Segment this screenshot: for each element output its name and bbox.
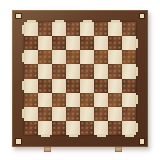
square-e4[interactable] — [80, 79, 94, 93]
brass-ring-icon — [80, 14, 85, 19]
square-g3[interactable] — [108, 93, 122, 107]
square-c3[interactable] — [52, 93, 66, 107]
maple-dash — [41, 135, 50, 137]
square-a2[interactable] — [24, 107, 38, 121]
square-h5[interactable] — [122, 64, 136, 78]
corner-inlay — [140, 14, 145, 19]
brass-ring-icon — [140, 83, 145, 88]
brass-ring-icon — [54, 139, 59, 144]
square-c2[interactable] — [52, 107, 66, 121]
square-e6[interactable] — [80, 50, 94, 64]
square-g2[interactable] — [108, 107, 122, 121]
square-g4[interactable] — [108, 79, 122, 93]
brass-ring-icon — [140, 55, 145, 60]
brass-ring-icon — [140, 69, 145, 74]
brass-ring-icon — [119, 139, 124, 144]
corner-inlay — [140, 139, 145, 144]
square-f1[interactable] — [94, 121, 108, 135]
board-grid — [24, 22, 136, 135]
square-d5[interactable] — [66, 64, 80, 78]
brass-ring-icon — [119, 14, 124, 19]
brass-ring-icon — [93, 139, 98, 144]
square-e3[interactable] — [80, 93, 94, 107]
square-a3[interactable] — [24, 93, 38, 107]
photo-background — [0, 0, 160, 160]
maple-dash — [136, 95, 138, 104]
square-e2[interactable] — [80, 107, 94, 121]
square-a4[interactable] — [24, 79, 38, 93]
brass-ring-icon — [67, 139, 72, 144]
square-h4[interactable] — [122, 79, 136, 93]
square-f7[interactable] — [94, 36, 108, 50]
square-a6[interactable] — [24, 50, 38, 64]
brass-ring-icon — [16, 55, 21, 60]
square-h3[interactable] — [122, 93, 136, 107]
brass-ring-icon — [140, 41, 145, 46]
square-f4[interactable] — [94, 79, 108, 93]
square-h8[interactable] — [122, 22, 136, 36]
square-f5[interactable] — [94, 64, 108, 78]
square-a8[interactable] — [24, 22, 38, 36]
square-g5[interactable] — [108, 64, 122, 78]
square-e8[interactable] — [80, 22, 94, 36]
square-e5[interactable] — [80, 64, 94, 78]
brass-ring-icon — [67, 14, 72, 19]
hinge-left — [44, 147, 51, 152]
brass-ring-icon — [41, 139, 46, 144]
square-e7[interactable] — [80, 36, 94, 50]
square-a7[interactable] — [24, 36, 38, 50]
square-b3[interactable] — [38, 93, 52, 107]
square-h1[interactable] — [122, 121, 136, 135]
maple-dash — [125, 135, 134, 137]
maple-dash — [136, 39, 138, 48]
square-e1[interactable] — [80, 121, 94, 135]
square-d8[interactable] — [66, 22, 80, 36]
square-g1[interactable] — [108, 121, 122, 135]
brass-ring-icon — [93, 14, 98, 19]
square-f6[interactable] — [94, 50, 108, 64]
chess-board — [12, 10, 148, 147]
corner-inlay — [16, 14, 21, 19]
maple-dash — [136, 123, 138, 132]
square-g8[interactable] — [108, 22, 122, 36]
maple-dash — [83, 20, 92, 22]
square-b4[interactable] — [38, 79, 52, 93]
square-b7[interactable] — [38, 36, 52, 50]
brass-ring-icon — [16, 97, 21, 102]
square-b2[interactable] — [38, 107, 52, 121]
brass-ring-icon — [132, 139, 137, 144]
maple-dash — [111, 20, 120, 22]
brass-ring-icon — [140, 111, 145, 116]
maple-dash — [22, 25, 24, 34]
brass-ring-icon — [54, 14, 59, 19]
square-h6[interactable] — [122, 50, 136, 64]
square-a1[interactable] — [24, 121, 38, 135]
square-d7[interactable] — [66, 36, 80, 50]
square-f8[interactable] — [94, 22, 108, 36]
square-f2[interactable] — [94, 107, 108, 121]
brass-ring-icon — [140, 97, 145, 102]
square-d1[interactable] — [66, 121, 80, 135]
brass-ring-icon — [28, 139, 33, 144]
square-d2[interactable] — [66, 107, 80, 121]
square-b6[interactable] — [38, 50, 52, 64]
brass-ring-icon — [41, 14, 46, 19]
square-f3[interactable] — [94, 93, 108, 107]
square-g7[interactable] — [108, 36, 122, 50]
hinge-right — [115, 147, 122, 152]
maple-dash — [136, 67, 138, 76]
square-b5[interactable] — [38, 64, 52, 78]
brass-ring-icon — [80, 139, 85, 144]
brass-ring-icon — [140, 27, 145, 32]
brass-ring-icon — [16, 69, 21, 74]
corner-inlay — [16, 139, 21, 144]
square-h2[interactable] — [122, 107, 136, 121]
square-c1[interactable] — [52, 121, 66, 135]
brass-ring-icon — [16, 83, 21, 88]
square-c4[interactable] — [52, 79, 66, 93]
square-c5[interactable] — [52, 64, 66, 78]
maple-dash — [55, 20, 64, 22]
maple-dash — [22, 53, 24, 62]
brass-ring-icon — [132, 14, 137, 19]
square-c6[interactable] — [52, 50, 66, 64]
maple-dash — [97, 135, 106, 137]
square-d4[interactable] — [66, 79, 80, 93]
maple-dash — [69, 135, 78, 137]
brass-ring-icon — [16, 41, 21, 46]
square-d6[interactable] — [66, 50, 80, 64]
square-h7[interactable] — [122, 36, 136, 50]
brass-ring-icon — [16, 111, 21, 116]
square-d3[interactable] — [66, 93, 80, 107]
brass-ring-icon — [16, 27, 21, 32]
square-a5[interactable] — [24, 64, 38, 78]
brass-ring-icon — [16, 125, 21, 130]
square-c7[interactable] — [52, 36, 66, 50]
maple-dash — [27, 20, 36, 22]
brass-ring-icon — [140, 125, 145, 130]
brass-ring-icon — [28, 14, 33, 19]
maple-dash — [22, 81, 24, 90]
brass-ring-icon — [106, 139, 111, 144]
square-b1[interactable] — [38, 121, 52, 135]
square-b8[interactable] — [38, 22, 52, 36]
brass-ring-icon — [106, 14, 111, 19]
maple-dash — [22, 109, 24, 118]
square-c8[interactable] — [52, 22, 66, 36]
square-g6[interactable] — [108, 50, 122, 64]
